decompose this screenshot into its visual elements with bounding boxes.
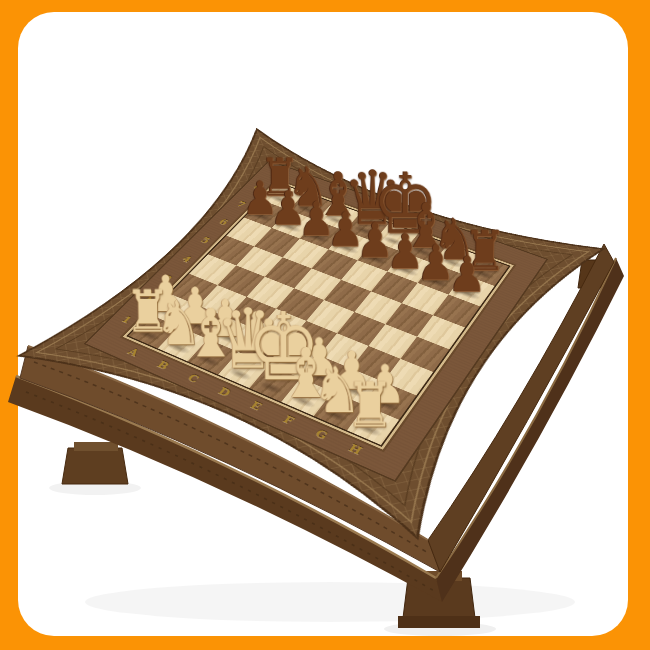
pawn-glyph: ♟ xyxy=(448,250,483,299)
chess-set-scene: ABCDEFGH12345678 ♜♞♝♛♚♝♞♜♟♟♟♟♟♟♟♟♟♟♟♟♟♟♟… xyxy=(0,0,650,650)
pawn-glyph: ♟ xyxy=(417,239,452,288)
pawn-glyph: ♟ xyxy=(386,228,421,276)
rook-glyph: ♜ xyxy=(345,375,384,437)
piece-white-rook-h1[interactable]: ♜ xyxy=(347,406,399,445)
